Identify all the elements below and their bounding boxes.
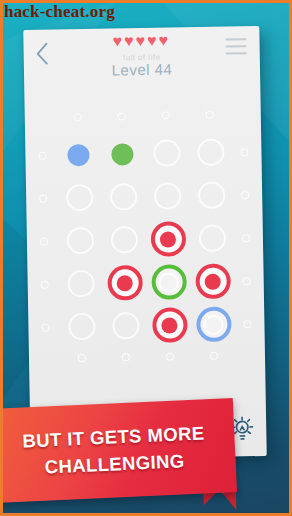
piece-red-ring-dot [107, 265, 143, 301]
piece-empty [198, 225, 225, 252]
board-cell-red-ring-dot[interactable] [102, 261, 147, 305]
board-cell-green-ring[interactable] [146, 260, 191, 304]
level-title: Level 44 [24, 59, 260, 80]
edge-markers-left [38, 134, 50, 349]
edge-marker-dot [74, 113, 82, 121]
piece-empty [109, 183, 136, 210]
board-cell-empty[interactable] [144, 131, 189, 175]
edge-marker-dot [78, 354, 86, 362]
board-cell-blue-ring[interactable] [191, 302, 236, 346]
edge-marker-dot [240, 148, 248, 156]
edge-marker-dot [41, 323, 49, 331]
edge-marker-dot [206, 111, 214, 119]
empty-inner-outline [203, 314, 223, 334]
board-cell-empty[interactable] [190, 216, 235, 260]
edge-marker-dot [41, 280, 49, 288]
red-inner-dot [205, 273, 221, 289]
edge-marker-dot [241, 191, 249, 199]
piece-empty [197, 182, 224, 209]
edge-marker-dot [162, 112, 170, 120]
board-cell-empty[interactable] [103, 304, 148, 348]
promo-banner: BUT IT GETS MORE CHALLENGING [0, 398, 237, 503]
board-cell-empty[interactable] [58, 262, 103, 306]
piece-red-ring-dot [150, 221, 186, 257]
red-inner-dot [160, 231, 176, 247]
piece-blue-dot [67, 143, 89, 165]
edge-marker-dot [39, 194, 47, 202]
edge-marker-dot [118, 112, 126, 120]
edge-marker-dot [40, 237, 48, 245]
hamburger-menu-icon[interactable] [225, 38, 246, 59]
piece-empty [112, 312, 139, 339]
edge-markers-top [56, 110, 232, 121]
board-cell-red-ring-dot[interactable] [147, 303, 192, 347]
piece-empty [68, 313, 95, 340]
board-cell-empty[interactable] [57, 176, 102, 220]
piece-green-ring [151, 264, 187, 300]
watermark-text: hack-cheat.org [4, 2, 115, 22]
edge-marker-dot [210, 352, 218, 360]
edge-markers-right [240, 130, 252, 345]
red-inner-dot [117, 275, 133, 291]
board-cell-empty[interactable] [102, 218, 147, 262]
board-cell-empty[interactable] [58, 219, 103, 263]
piece-empty [67, 270, 94, 297]
board-cell-empty[interactable] [145, 174, 190, 218]
board-cell-red-ring-dot[interactable] [190, 259, 235, 303]
edge-marker-dot [38, 151, 46, 159]
edge-marker-dot [243, 277, 251, 285]
red-inner-dot [161, 317, 177, 333]
edge-marker-dot [122, 353, 130, 361]
board-cell-empty[interactable] [188, 130, 233, 174]
piece-empty [153, 139, 180, 166]
board-cell-empty[interactable] [189, 173, 234, 217]
board-cell-green-dot[interactable] [100, 132, 145, 176]
board-cell-red-ring-dot[interactable] [146, 217, 191, 261]
banner-line-2: CHALLENGING [44, 447, 185, 480]
edge-marker-dot [242, 234, 250, 242]
board-cell-blue-dot[interactable] [56, 133, 101, 177]
lives-hearts: ♥♥♥♥♥ [23, 30, 259, 52]
piece-red-ring-dot [152, 307, 188, 343]
empty-inner-outline [159, 272, 179, 292]
edge-marker-dot [243, 320, 251, 328]
piece-empty [65, 184, 92, 211]
piece-empty [197, 139, 224, 166]
edge-markers-bottom [60, 351, 236, 362]
game-card: ♥♥♥♥♥ full of life Level 44 [23, 26, 266, 460]
piece-empty [153, 182, 180, 209]
piece-empty [66, 227, 93, 254]
board-cell-empty[interactable] [101, 175, 146, 219]
piece-green-dot [111, 143, 133, 165]
edge-marker-dot [166, 353, 174, 361]
piece-blue-ring [196, 307, 232, 343]
piece-empty [110, 226, 137, 253]
board-cell-empty[interactable] [59, 305, 104, 349]
piece-red-ring-dot [195, 264, 231, 300]
puzzle-board [56, 130, 236, 348]
